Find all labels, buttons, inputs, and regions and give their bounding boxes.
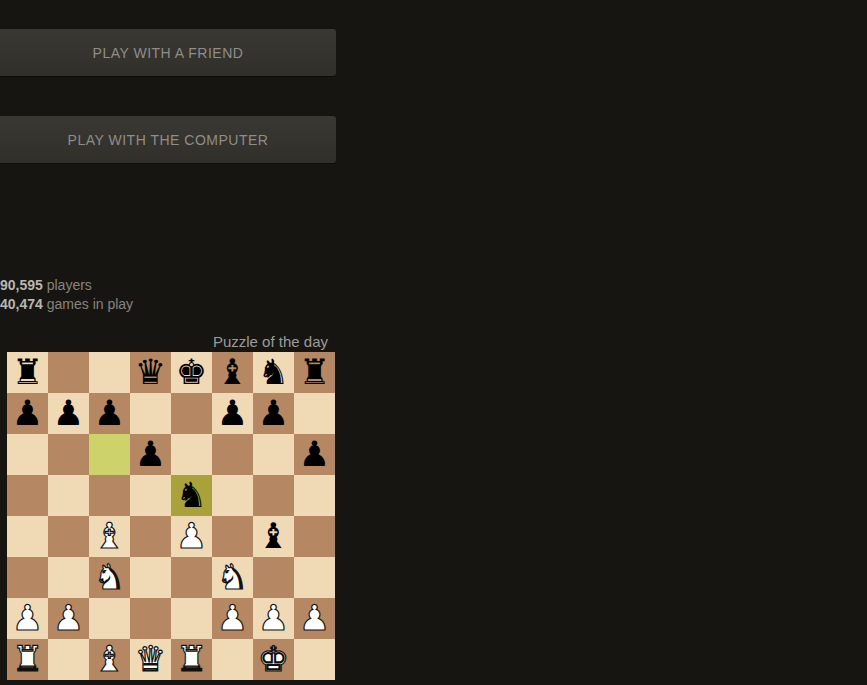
square-a6[interactable] xyxy=(7,434,48,475)
piece-white-pawn[interactable]: ♟ xyxy=(217,598,248,639)
square-c7[interactable]: ♟ xyxy=(89,393,130,434)
square-e2[interactable] xyxy=(171,598,212,639)
square-h4[interactable] xyxy=(294,516,335,557)
square-a5[interactable] xyxy=(7,475,48,516)
piece-black-pawn[interactable]: ♟ xyxy=(12,393,43,434)
players-label: players xyxy=(47,277,92,293)
square-f2[interactable]: ♟ xyxy=(212,598,253,639)
piece-white-queen[interactable]: ♛ xyxy=(135,639,166,680)
piece-black-knight[interactable]: ♞ xyxy=(258,352,289,393)
square-c6[interactable] xyxy=(89,434,130,475)
square-b8[interactable] xyxy=(48,352,89,393)
square-g7[interactable]: ♟ xyxy=(253,393,294,434)
piece-white-pawn[interactable]: ♟ xyxy=(258,598,289,639)
square-a7[interactable]: ♟ xyxy=(7,393,48,434)
square-a3[interactable] xyxy=(7,557,48,598)
games-label: games in play xyxy=(47,296,133,312)
square-f6[interactable] xyxy=(212,434,253,475)
piece-black-pawn[interactable]: ♟ xyxy=(258,393,289,434)
square-g1[interactable]: ♚ xyxy=(253,639,294,680)
piece-black-queen[interactable]: ♛ xyxy=(135,352,166,393)
play-with-friend-button[interactable]: PLAY WITH A FRIEND xyxy=(0,29,336,76)
square-e7[interactable] xyxy=(171,393,212,434)
piece-black-pawn[interactable]: ♟ xyxy=(217,393,248,434)
square-h1[interactable] xyxy=(294,639,335,680)
square-c1[interactable]: ♝ xyxy=(89,639,130,680)
piece-black-bishop[interactable]: ♝ xyxy=(258,516,289,557)
square-d5[interactable] xyxy=(130,475,171,516)
piece-black-pawn[interactable]: ♟ xyxy=(135,434,166,475)
piece-black-pawn[interactable]: ♟ xyxy=(53,393,84,434)
square-a2[interactable]: ♟ xyxy=(7,598,48,639)
lobby-page: { "theme":{ "page_bg":"#161512", "button… xyxy=(0,0,867,685)
puzzle-of-the-day-title: Puzzle of the day xyxy=(7,334,328,350)
square-b6[interactable] xyxy=(48,434,89,475)
lobby-stats: 90,595 players 40,474 games in play xyxy=(0,276,133,314)
square-d1[interactable]: ♛ xyxy=(130,639,171,680)
square-d4[interactable] xyxy=(130,516,171,557)
square-f1[interactable] xyxy=(212,639,253,680)
square-h2[interactable]: ♟ xyxy=(294,598,335,639)
square-e4[interactable]: ♟ xyxy=(171,516,212,557)
square-b3[interactable] xyxy=(48,557,89,598)
square-e6[interactable] xyxy=(171,434,212,475)
piece-white-rook[interactable]: ♜ xyxy=(176,639,207,680)
square-c8[interactable] xyxy=(89,352,130,393)
square-d3[interactable] xyxy=(130,557,171,598)
square-f8[interactable]: ♝ xyxy=(212,352,253,393)
piece-black-rook[interactable]: ♜ xyxy=(12,352,43,393)
square-c5[interactable] xyxy=(89,475,130,516)
piece-white-rook[interactable]: ♜ xyxy=(12,639,43,680)
square-h6[interactable]: ♟ xyxy=(294,434,335,475)
square-g6[interactable] xyxy=(253,434,294,475)
square-g2[interactable]: ♟ xyxy=(253,598,294,639)
square-c3[interactable]: ♞ xyxy=(89,557,130,598)
square-f5[interactable] xyxy=(212,475,253,516)
games-count: 40,474 xyxy=(0,296,43,312)
square-e1[interactable]: ♜ xyxy=(171,639,212,680)
square-e3[interactable] xyxy=(171,557,212,598)
piece-black-bishop[interactable]: ♝ xyxy=(217,352,248,393)
piece-white-bishop[interactable]: ♝ xyxy=(94,516,125,557)
square-g5[interactable] xyxy=(253,475,294,516)
chess-board: ♜♛♚♝♞♜♟♟♟♟♟♟♟♞♝♟♝♞♞♟♟♟♟♟♜♝♛♜♚ xyxy=(7,352,335,680)
square-e8[interactable]: ♚ xyxy=(171,352,212,393)
piece-black-pawn[interactable]: ♟ xyxy=(94,393,125,434)
piece-white-bishop[interactable]: ♝ xyxy=(94,639,125,680)
players-count: 90,595 xyxy=(0,277,43,293)
piece-white-pawn[interactable]: ♟ xyxy=(12,598,43,639)
square-a8[interactable]: ♜ xyxy=(7,352,48,393)
piece-black-knight[interactable]: ♞ xyxy=(176,475,207,516)
games-count-line: 40,474 games in play xyxy=(0,295,133,314)
square-c2[interactable] xyxy=(89,598,130,639)
players-count-line: 90,595 players xyxy=(0,276,133,295)
square-c4[interactable]: ♝ xyxy=(89,516,130,557)
square-a1[interactable]: ♜ xyxy=(7,639,48,680)
play-with-computer-button[interactable]: PLAY WITH THE COMPUTER xyxy=(0,116,336,163)
piece-white-knight[interactable]: ♞ xyxy=(94,557,125,598)
square-b7[interactable]: ♟ xyxy=(48,393,89,434)
piece-black-pawn[interactable]: ♟ xyxy=(299,434,330,475)
piece-white-king[interactable]: ♚ xyxy=(258,639,289,680)
square-f3[interactable]: ♞ xyxy=(212,557,253,598)
piece-black-rook[interactable]: ♜ xyxy=(299,352,330,393)
square-d6[interactable]: ♟ xyxy=(130,434,171,475)
square-e5[interactable]: ♞ xyxy=(171,475,212,516)
square-f4[interactable] xyxy=(212,516,253,557)
square-h7[interactable] xyxy=(294,393,335,434)
square-b5[interactable] xyxy=(48,475,89,516)
square-d2[interactable] xyxy=(130,598,171,639)
square-b1[interactable] xyxy=(48,639,89,680)
square-f7[interactable]: ♟ xyxy=(212,393,253,434)
square-a4[interactable] xyxy=(7,516,48,557)
piece-white-knight[interactable]: ♞ xyxy=(217,557,248,598)
square-g3[interactable] xyxy=(253,557,294,598)
square-h8[interactable]: ♜ xyxy=(294,352,335,393)
piece-white-pawn[interactable]: ♟ xyxy=(176,516,207,557)
piece-black-king[interactable]: ♚ xyxy=(176,352,207,393)
square-g8[interactable]: ♞ xyxy=(253,352,294,393)
square-b2[interactable]: ♟ xyxy=(48,598,89,639)
square-d7[interactable] xyxy=(130,393,171,434)
square-h5[interactable] xyxy=(294,475,335,516)
square-g4[interactable]: ♝ xyxy=(253,516,294,557)
piece-white-pawn[interactable]: ♟ xyxy=(53,598,84,639)
piece-white-pawn[interactable]: ♟ xyxy=(299,598,330,639)
square-h3[interactable] xyxy=(294,557,335,598)
square-b4[interactable] xyxy=(48,516,89,557)
square-d8[interactable]: ♛ xyxy=(130,352,171,393)
